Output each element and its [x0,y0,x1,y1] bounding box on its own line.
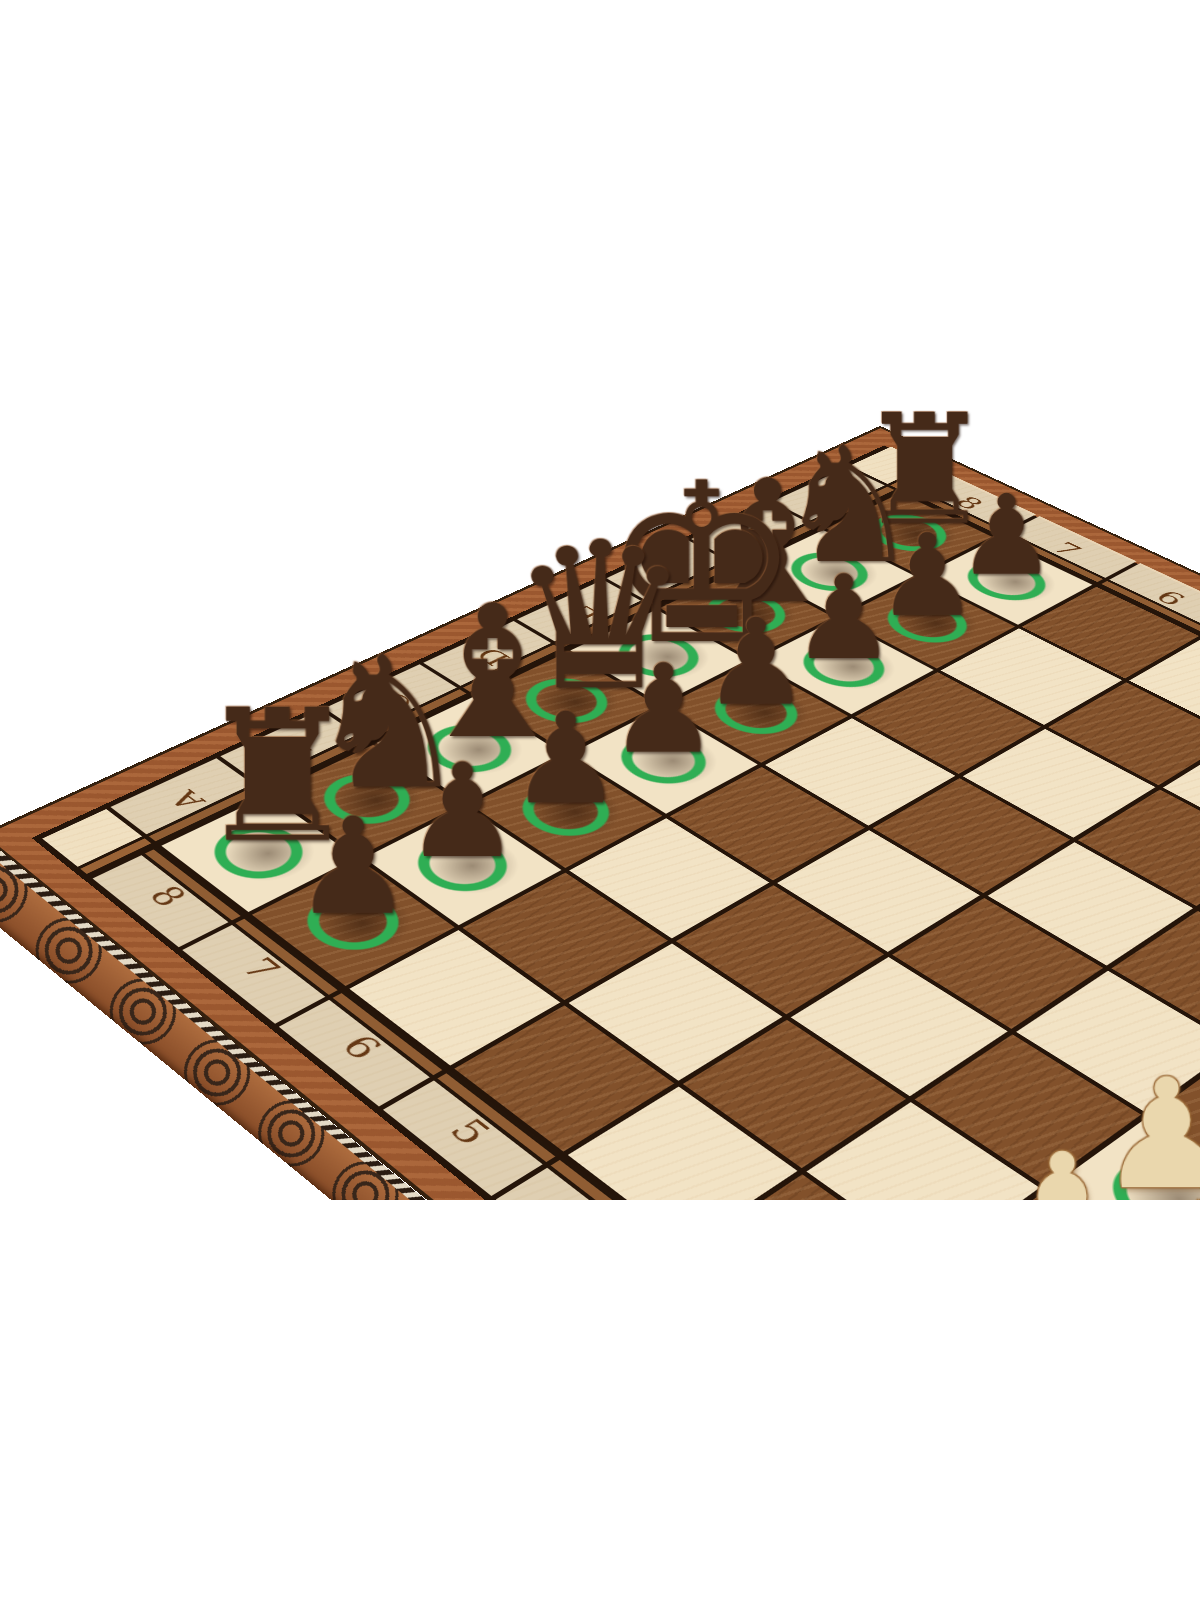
file-label-c-top-text: C [374,690,419,714]
rank-label-5-left-text: 5 [443,1114,498,1151]
rank-label-8-right-text: 8 [950,494,989,513]
rank-label-8-left-text: 8 [143,882,193,911]
file-label-d-top-text: D [471,645,516,669]
rank-label-7-right-text: 7 [1047,539,1087,559]
file-label-g-top-text: G [735,523,777,543]
background-crop [0,1200,1200,1600]
file-label-e-top-text: E [564,603,606,624]
file-label-h-top-text: H [814,486,856,506]
rank-label-6-left-text: 6 [335,1030,388,1064]
file-label-b-top-text: B [272,737,318,762]
file-label-a-top-text: A [165,787,212,813]
file-label-f-top-text: F [653,563,693,583]
rank-label-6-right-text: 6 [1150,588,1191,609]
photo-stage: ABCDEFGH8♜♞♝♛♚♝♞♜87♟♟♟♟♟♟♟♟7665544332♟♟♟… [0,0,1200,1600]
rank-label-7-left-text: 7 [235,953,286,984]
